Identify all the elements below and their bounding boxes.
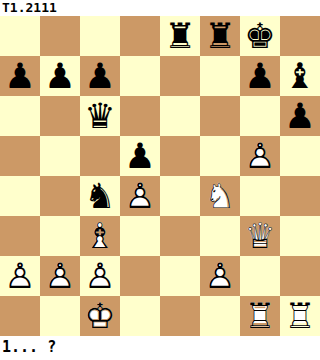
square-a6[interactable]	[0, 96, 40, 136]
white-pawn-glyph-outline: ♙	[200, 256, 240, 296]
piece-white-queen[interactable]: ♛♕	[240, 216, 280, 256]
square-d7[interactable]	[120, 56, 160, 96]
square-d4[interactable]: ♟♙	[120, 176, 160, 216]
square-e4[interactable]	[160, 176, 200, 216]
square-c1[interactable]: ♚♔	[80, 296, 120, 336]
square-d2[interactable]	[120, 256, 160, 296]
square-e7[interactable]	[160, 56, 200, 96]
square-b5[interactable]	[40, 136, 80, 176]
square-c3[interactable]: ♝♗	[80, 216, 120, 256]
square-h7[interactable]: ♝	[280, 56, 320, 96]
piece-white-pawn[interactable]: ♟♙	[120, 176, 160, 216]
square-f2[interactable]: ♟♙	[200, 256, 240, 296]
square-b7[interactable]: ♟	[40, 56, 80, 96]
white-king-glyph-outline: ♔	[80, 296, 120, 336]
square-f7[interactable]	[200, 56, 240, 96]
square-b1[interactable]	[40, 296, 80, 336]
square-b2[interactable]: ♟♙	[40, 256, 80, 296]
piece-white-bishop[interactable]: ♝♗	[80, 216, 120, 256]
square-g3[interactable]: ♛♕	[240, 216, 280, 256]
white-bishop-glyph-outline: ♗	[80, 216, 120, 256]
square-c7[interactable]: ♟	[80, 56, 120, 96]
piece-white-pawn[interactable]: ♟♙	[240, 136, 280, 176]
square-b4[interactable]	[40, 176, 80, 216]
white-rook-glyph-outline: ♖	[240, 296, 280, 336]
square-f8[interactable]: ♜	[200, 16, 240, 56]
piece-white-pawn[interactable]: ♟♙	[200, 256, 240, 296]
piece-black-pawn[interactable]: ♟	[40, 56, 80, 96]
square-f3[interactable]	[200, 216, 240, 256]
puzzle-title: T1.2111	[0, 0, 320, 16]
chess-board: ♜♜♚♟♟♟♟♝♛♟♟♟♙♞♟♙♞♘♝♗♛♕♟♙♟♙♟♙♟♙♚♔♜♖♜♖	[0, 16, 320, 336]
white-queen-glyph-outline: ♕	[240, 216, 280, 256]
square-h3[interactable]	[280, 216, 320, 256]
square-g2[interactable]	[240, 256, 280, 296]
square-a4[interactable]	[0, 176, 40, 216]
piece-white-pawn[interactable]: ♟♙	[40, 256, 80, 296]
piece-white-pawn[interactable]: ♟♙	[0, 256, 40, 296]
square-f1[interactable]	[200, 296, 240, 336]
piece-white-king[interactable]: ♚♔	[80, 296, 120, 336]
square-h4[interactable]	[280, 176, 320, 216]
white-rook-glyph-outline: ♖	[280, 296, 320, 336]
square-c8[interactable]	[80, 16, 120, 56]
piece-black-rook[interactable]: ♜	[200, 16, 240, 56]
square-h8[interactable]	[280, 16, 320, 56]
square-h2[interactable]	[280, 256, 320, 296]
move-prompt: 1... ?	[0, 336, 320, 360]
white-pawn-glyph-outline: ♙	[120, 176, 160, 216]
piece-black-bishop[interactable]: ♝	[280, 56, 320, 96]
white-pawn-glyph-outline: ♙	[80, 256, 120, 296]
square-d5[interactable]: ♟	[120, 136, 160, 176]
square-b6[interactable]	[40, 96, 80, 136]
piece-white-rook[interactable]: ♜♖	[240, 296, 280, 336]
square-d6[interactable]	[120, 96, 160, 136]
piece-black-queen[interactable]: ♛	[80, 96, 120, 136]
square-a2[interactable]: ♟♙	[0, 256, 40, 296]
square-a8[interactable]	[0, 16, 40, 56]
square-f6[interactable]	[200, 96, 240, 136]
square-f4[interactable]: ♞♘	[200, 176, 240, 216]
square-a1[interactable]	[0, 296, 40, 336]
white-knight-glyph-outline: ♘	[200, 176, 240, 216]
square-b3[interactable]	[40, 216, 80, 256]
square-h5[interactable]	[280, 136, 320, 176]
square-a3[interactable]	[0, 216, 40, 256]
square-d3[interactable]	[120, 216, 160, 256]
square-g5[interactable]: ♟♙	[240, 136, 280, 176]
piece-black-pawn[interactable]: ♟	[0, 56, 40, 96]
piece-black-pawn[interactable]: ♟	[80, 56, 120, 96]
square-b8[interactable]	[40, 16, 80, 56]
square-g4[interactable]	[240, 176, 280, 216]
square-g7[interactable]: ♟	[240, 56, 280, 96]
square-e3[interactable]	[160, 216, 200, 256]
white-pawn-glyph-outline: ♙	[240, 136, 280, 176]
piece-black-pawn[interactable]: ♟	[240, 56, 280, 96]
piece-white-knight[interactable]: ♞♘	[200, 176, 240, 216]
piece-white-rook[interactable]: ♜♖	[280, 296, 320, 336]
square-e2[interactable]	[160, 256, 200, 296]
square-e5[interactable]	[160, 136, 200, 176]
white-pawn-glyph-outline: ♙	[0, 256, 40, 296]
square-d8[interactable]	[120, 16, 160, 56]
square-c2[interactable]: ♟♙	[80, 256, 120, 296]
square-h1[interactable]: ♜♖	[280, 296, 320, 336]
white-pawn-glyph-outline: ♙	[40, 256, 80, 296]
square-g8[interactable]: ♚	[240, 16, 280, 56]
piece-black-pawn[interactable]: ♟	[120, 136, 160, 176]
square-g1[interactable]: ♜♖	[240, 296, 280, 336]
square-e8[interactable]: ♜	[160, 16, 200, 56]
piece-black-knight[interactable]: ♞	[80, 176, 120, 216]
square-e6[interactable]	[160, 96, 200, 136]
square-g6[interactable]	[240, 96, 280, 136]
piece-white-pawn[interactable]: ♟♙	[80, 256, 120, 296]
square-e1[interactable]	[160, 296, 200, 336]
piece-black-pawn[interactable]: ♟	[280, 96, 320, 136]
square-a5[interactable]	[0, 136, 40, 176]
square-a7[interactable]: ♟	[0, 56, 40, 96]
square-c5[interactable]	[80, 136, 120, 176]
piece-black-king[interactable]: ♚	[240, 16, 280, 56]
chess-diagram: T1.2111 ♜♜♚♟♟♟♟♝♛♟♟♟♙♞♟♙♞♘♝♗♛♕♟♙♟♙♟♙♟♙♚♔…	[0, 0, 320, 360]
square-f5[interactable]	[200, 136, 240, 176]
square-c6[interactable]: ♛	[80, 96, 120, 136]
square-c4[interactable]: ♞	[80, 176, 120, 216]
piece-black-rook[interactable]: ♜	[160, 16, 200, 56]
square-h6[interactable]: ♟	[280, 96, 320, 136]
square-d1[interactable]	[120, 296, 160, 336]
